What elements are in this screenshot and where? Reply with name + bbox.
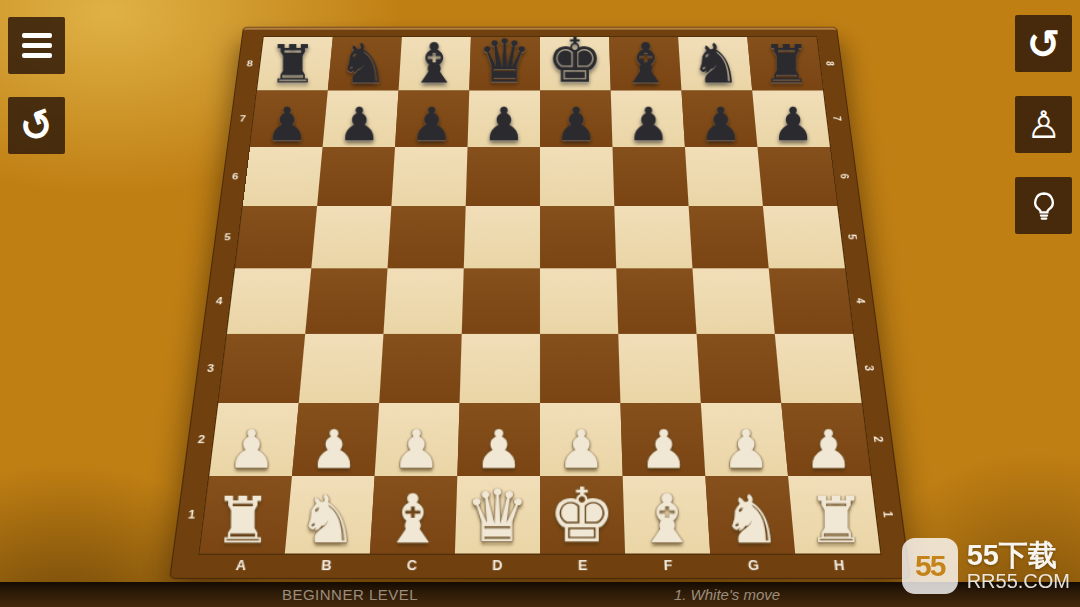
watermark: 55 55下载 RR55.COM [902, 538, 1070, 594]
level-label: BEGINNER LEVEL [282, 586, 418, 603]
square-h3[interactable] [775, 334, 862, 403]
square-d5[interactable] [464, 206, 540, 268]
watermark-title: 55下载 [967, 540, 1070, 570]
file-label-g: G [710, 555, 797, 577]
square-b7[interactable]: ♟ [323, 91, 399, 147]
piece-white-queen[interactable]: ♛ [465, 481, 530, 553]
file-label-f: F [625, 555, 711, 577]
pawn-mode-icon: ♙ [1026, 106, 1060, 144]
square-d2[interactable]: ♟ [457, 403, 540, 476]
square-f8[interactable]: ♝ [609, 37, 681, 91]
piece-white-pawn[interactable]: ♟ [722, 423, 770, 476]
piece-white-pawn[interactable]: ♟ [392, 423, 440, 476]
file-label-c: C [368, 555, 454, 577]
square-c3[interactable] [379, 334, 462, 403]
square-e4[interactable] [540, 268, 618, 334]
square-g8[interactable]: ♞ [678, 37, 752, 91]
square-e8[interactable]: ♚ [540, 37, 611, 91]
piece-white-bishop[interactable]: ♝ [636, 485, 697, 552]
square-a4[interactable] [227, 268, 311, 334]
square-g2[interactable]: ♟ [701, 403, 788, 476]
board-frame: ♜♞♝♛♚♝♞♜♟♟♟♟♟♟♟♟♟♟♟♟♟♟♟♟♜♞♝♛♚♝♞♜ 8765432… [170, 27, 909, 577]
piece-white-knight[interactable]: ♞ [298, 486, 358, 552]
square-b6[interactable] [317, 147, 395, 206]
piece-white-rook[interactable]: ♜ [808, 489, 866, 553]
piece-black-bishop[interactable]: ♝ [409, 36, 460, 92]
square-g3[interactable] [697, 334, 782, 403]
chess-app-screen: ♜♞♝♛♚♝♞♜♟♟♟♟♟♟♟♟♟♟♟♟♟♟♟♟♜♞♝♛♚♝♞♜ 8765432… [0, 0, 1080, 607]
square-g7[interactable]: ♟ [681, 91, 757, 147]
rank-label-5: 5 [814, 227, 892, 246]
file-label-e: E [540, 555, 626, 577]
piece-black-pawn[interactable]: ♟ [700, 101, 742, 147]
square-f3[interactable] [618, 334, 701, 403]
square-b8[interactable]: ♞ [328, 37, 402, 91]
square-e1[interactable]: ♚ [540, 476, 625, 553]
square-g1[interactable]: ♞ [705, 476, 795, 553]
move-indicator: 1. White's move [674, 586, 780, 603]
undo-arrow-icon: ↺ [1027, 24, 1061, 64]
board-squares-grid[interactable]: ♜♞♝♛♚♝♞♜♟♟♟♟♟♟♟♟♟♟♟♟♟♟♟♟♜♞♝♛♚♝♞♜ [200, 37, 881, 554]
square-h4[interactable] [769, 268, 853, 334]
restart-button[interactable]: ↺ [8, 97, 65, 154]
square-a8[interactable]: ♜ [257, 37, 333, 91]
piece-white-king[interactable]: ♚ [549, 478, 617, 552]
square-a2[interactable]: ♟ [209, 403, 298, 476]
square-e6[interactable] [540, 147, 614, 206]
piece-white-knight[interactable]: ♞ [722, 486, 782, 552]
piece-white-rook[interactable]: ♜ [214, 489, 272, 553]
square-f5[interactable] [614, 206, 692, 268]
square-e7[interactable]: ♟ [540, 91, 612, 147]
piece-white-pawn[interactable]: ♟ [639, 423, 687, 476]
piece-white-pawn[interactable]: ♟ [310, 423, 358, 476]
hint-button[interactable] [1015, 177, 1072, 234]
file-label-b: B [283, 555, 370, 577]
piece-black-pawn[interactable]: ♟ [555, 101, 597, 147]
restart-circular-arrow-icon: ↺ [14, 101, 59, 150]
square-c1[interactable]: ♝ [370, 476, 457, 553]
square-d1[interactable]: ♛ [455, 476, 540, 553]
square-b1[interactable]: ♞ [285, 476, 375, 553]
piece-black-pawn[interactable]: ♟ [483, 101, 525, 147]
square-f6[interactable] [612, 147, 688, 206]
piece-black-knight[interactable]: ♞ [339, 36, 389, 91]
piece-black-queen[interactable]: ♛ [477, 32, 531, 91]
square-c4[interactable] [383, 268, 463, 334]
file-label-h: H [795, 555, 883, 577]
undo-button[interactable]: ↺ [1015, 15, 1072, 72]
piece-black-pawn[interactable]: ♟ [266, 101, 309, 147]
piece-black-king[interactable]: ♚ [547, 30, 603, 91]
square-f4[interactable] [616, 268, 696, 334]
square-f1[interactable]: ♝ [623, 476, 710, 553]
square-a7[interactable]: ♟ [250, 91, 328, 147]
square-a6[interactable] [243, 147, 323, 206]
piece-white-bishop[interactable]: ♝ [382, 485, 443, 552]
file-label-d: D [454, 555, 540, 577]
file-label-a: A [197, 555, 285, 577]
player-mode-button[interactable]: ♙ [1015, 96, 1072, 153]
piece-black-pawn[interactable]: ♟ [410, 101, 452, 147]
piece-white-pawn[interactable]: ♟ [227, 423, 275, 476]
square-f2[interactable]: ♟ [620, 403, 705, 476]
piece-black-pawn[interactable]: ♟ [338, 101, 380, 147]
square-h2[interactable]: ♟ [781, 403, 870, 476]
square-g5[interactable] [689, 206, 769, 268]
square-a5[interactable] [235, 206, 317, 268]
piece-white-pawn[interactable]: ♟ [475, 423, 523, 476]
square-h1[interactable]: ♜ [788, 476, 880, 553]
square-b5[interactable] [311, 206, 391, 268]
square-f7[interactable]: ♟ [611, 91, 685, 147]
piece-black-rook[interactable]: ♜ [269, 38, 318, 91]
rank-label-8: 8 [794, 55, 866, 71]
square-c5[interactable] [388, 206, 466, 268]
square-d8[interactable]: ♛ [469, 37, 540, 91]
watermark-logo-icon: 55 [902, 538, 958, 594]
square-d6[interactable] [466, 147, 540, 206]
watermark-subtitle: RR55.COM [967, 571, 1070, 592]
square-c6[interactable] [391, 147, 467, 206]
square-d4[interactable] [462, 268, 540, 334]
menu-button[interactable] [8, 17, 65, 74]
square-e5[interactable] [540, 206, 616, 268]
file-labels-bottom: ABCDEFGH [197, 555, 883, 577]
rank-label-6: 6 [807, 167, 883, 185]
chess-board-3d: ♜♞♝♛♚♝♞♜♟♟♟♟♟♟♟♟♟♟♟♟♟♟♟♟♜♞♝♛♚♝♞♜ 8765432… [171, 27, 909, 574]
rank-label-7: 7 [801, 110, 875, 127]
square-d7[interactable]: ♟ [468, 91, 540, 147]
square-g6[interactable] [685, 147, 763, 206]
square-b2[interactable]: ♟ [292, 403, 379, 476]
square-e3[interactable] [540, 334, 620, 403]
piece-black-pawn[interactable]: ♟ [627, 101, 669, 147]
square-c8[interactable]: ♝ [399, 37, 471, 91]
square-b4[interactable] [305, 268, 387, 334]
piece-white-pawn[interactable]: ♟ [804, 423, 852, 476]
square-e2[interactable]: ♟ [540, 403, 623, 476]
square-b3[interactable] [299, 334, 384, 403]
square-g4[interactable] [692, 268, 774, 334]
lightbulb-hint-icon [1028, 190, 1060, 222]
piece-black-knight[interactable]: ♞ [691, 36, 741, 91]
square-d3[interactable] [460, 334, 540, 403]
square-a3[interactable] [218, 334, 305, 403]
square-c2[interactable]: ♟ [375, 403, 460, 476]
piece-white-pawn[interactable]: ♟ [557, 423, 605, 476]
square-c7[interactable]: ♟ [395, 91, 469, 147]
square-a1[interactable]: ♜ [200, 476, 292, 553]
piece-black-bishop[interactable]: ♝ [620, 36, 671, 92]
